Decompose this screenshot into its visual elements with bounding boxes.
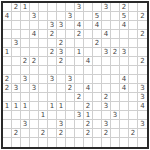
cell-r8c11[interactable] <box>93 66 102 75</box>
cell-r7c12[interactable] <box>102 57 111 66</box>
cell-r2c4[interactable]: 3 <box>30 12 39 21</box>
cell-r15c14[interactable] <box>120 129 129 138</box>
cell-r1c1[interactable] <box>3 3 12 12</box>
cell-r2c2[interactable] <box>12 12 21 21</box>
cell-r1c3[interactable]: 1 <box>21 3 30 12</box>
cell-r6c5[interactable] <box>39 48 48 57</box>
cell-r1c15[interactable] <box>129 3 138 12</box>
cell-r1c9[interactable]: 3 <box>75 3 84 12</box>
cell-r6c1[interactable]: 1 <box>3 48 12 57</box>
cell-r11c3[interactable] <box>21 93 30 102</box>
cell-r16c5[interactable] <box>39 138 48 147</box>
cell-r12c13[interactable] <box>111 102 120 111</box>
cell-r7c8[interactable] <box>66 57 75 66</box>
cell-r10c8[interactable]: 2 <box>66 84 75 93</box>
cell-r3c5[interactable] <box>39 21 48 30</box>
cell-r16c14[interactable] <box>120 138 129 147</box>
cell-r2c6[interactable] <box>48 12 57 21</box>
cell-r12c2[interactable]: 1 <box>12 102 21 111</box>
cell-r10c14[interactable]: 4 <box>120 84 129 93</box>
cell-r5c4[interactable] <box>30 39 39 48</box>
cell-r9c11[interactable] <box>93 75 102 84</box>
cell-r11c9[interactable]: 2 <box>75 93 84 102</box>
cell-r10c11[interactable] <box>93 84 102 93</box>
cell-r5c10[interactable] <box>84 39 93 48</box>
cell-r16c9[interactable] <box>75 138 84 147</box>
cell-r3c9[interactable]: 4 <box>75 21 84 30</box>
cell-r7c4[interactable]: 2 <box>30 57 39 66</box>
cell-r12c8[interactable] <box>66 102 75 111</box>
cell-r2c10[interactable] <box>84 12 93 21</box>
cell-r8c2[interactable] <box>12 66 21 75</box>
cell-r12c4[interactable] <box>30 102 39 111</box>
cell-r2c3[interactable] <box>21 12 30 21</box>
cell-r2c1[interactable]: 4 <box>3 12 12 21</box>
cell-r9c13[interactable] <box>111 75 120 84</box>
cell-r7c6[interactable] <box>48 57 57 66</box>
cell-r16c4[interactable] <box>30 138 39 147</box>
cell-r16c1[interactable] <box>3 138 12 147</box>
cell-r13c4[interactable] <box>30 111 39 120</box>
cell-r7c16[interactable]: 2 <box>138 57 147 66</box>
cell-r11c8[interactable] <box>66 93 75 102</box>
cell-r3c4[interactable] <box>30 21 39 30</box>
cell-r3c12[interactable] <box>102 21 111 30</box>
cell-r11c15[interactable] <box>129 93 138 102</box>
cell-r7c2[interactable] <box>12 57 21 66</box>
cell-r16c13[interactable] <box>111 138 120 147</box>
cell-r6c12[interactable]: 3 <box>102 48 111 57</box>
cell-r6c3[interactable] <box>21 48 30 57</box>
cell-r15c6[interactable] <box>48 129 57 138</box>
cell-r6c13[interactable]: 2 <box>111 48 120 57</box>
cell-r6c8[interactable] <box>66 48 75 57</box>
cell-r4c13[interactable] <box>111 30 120 39</box>
cell-r9c14[interactable]: 4 <box>120 75 129 84</box>
cell-r3c10[interactable] <box>84 21 93 30</box>
cell-r3c14[interactable]: 4 <box>120 21 129 30</box>
cell-r11c10[interactable] <box>84 93 93 102</box>
cell-r9c2[interactable] <box>12 75 21 84</box>
cell-r15c12[interactable]: 2 <box>102 129 111 138</box>
cell-r15c11[interactable] <box>93 129 102 138</box>
puzzle-screen: 2133243355233444422423221231323222422333… <box>0 0 150 150</box>
cell-r4c10[interactable] <box>84 30 93 39</box>
cell-r7c7[interactable]: 2 <box>57 57 66 66</box>
cell-r7c10[interactable]: 4 <box>84 57 93 66</box>
cell-r7c9[interactable] <box>75 57 84 66</box>
cell-r6c9[interactable]: 1 <box>75 48 84 57</box>
cell-r9c10[interactable] <box>84 75 93 84</box>
cell-r5c13[interactable] <box>111 39 120 48</box>
cell-r5c6[interactable] <box>48 39 57 48</box>
cell-r3c1[interactable] <box>3 21 12 30</box>
cell-r15c9[interactable] <box>75 129 84 138</box>
cell-r12c11[interactable] <box>93 102 102 111</box>
cell-r6c16[interactable] <box>138 48 147 57</box>
cell-r16c16[interactable] <box>138 138 147 147</box>
cell-r9c7[interactable] <box>57 75 66 84</box>
cell-r11c4[interactable] <box>30 93 39 102</box>
cell-r8c5[interactable] <box>39 66 48 75</box>
cell-r8c13[interactable] <box>111 66 120 75</box>
cell-r6c4[interactable] <box>30 48 39 57</box>
cell-r5c9[interactable] <box>75 39 84 48</box>
cell-r12c16[interactable]: 4 <box>138 102 147 111</box>
cell-r16c8[interactable] <box>66 138 75 147</box>
cell-r3c16[interactable] <box>138 21 147 30</box>
cell-r6c2[interactable] <box>12 48 21 57</box>
cell-r16c7[interactable] <box>57 138 66 147</box>
cell-r10c15[interactable] <box>129 84 138 93</box>
cell-r12c6[interactable]: 1 <box>48 102 57 111</box>
cell-r15c5[interactable]: 2 <box>39 129 48 138</box>
cell-r2c11[interactable]: 5 <box>93 12 102 21</box>
cell-r6c6[interactable]: 2 <box>48 48 57 57</box>
cell-r5c15[interactable] <box>129 39 138 48</box>
cell-r13c10[interactable]: 1 <box>84 111 93 120</box>
cell-r2c14[interactable]: 5 <box>120 12 129 21</box>
cell-r8c3[interactable] <box>21 66 30 75</box>
cell-r10c2[interactable]: 3 <box>12 84 21 93</box>
cell-r2c15[interactable] <box>129 12 138 21</box>
cell-r9c1[interactable]: 2 <box>3 75 12 84</box>
cell-r1c16[interactable] <box>138 3 147 12</box>
cell-r7c5[interactable] <box>39 57 48 66</box>
cell-r3c2[interactable] <box>12 21 21 30</box>
cell-r13c11[interactable] <box>93 111 102 120</box>
cell-r1c5[interactable] <box>39 3 48 12</box>
cell-r14c10[interactable]: 2 <box>84 120 93 129</box>
cell-r3c6[interactable]: 3 <box>48 21 57 30</box>
cell-r7c14[interactable] <box>120 57 129 66</box>
cell-r9c12[interactable] <box>102 75 111 84</box>
cell-r4c11[interactable] <box>93 30 102 39</box>
cell-r1c10[interactable] <box>84 3 93 12</box>
cell-r6c7[interactable]: 3 <box>57 48 66 57</box>
cell-r4c7[interactable] <box>57 30 66 39</box>
cell-r8c14[interactable] <box>120 66 129 75</box>
cell-r14c9[interactable] <box>75 120 84 129</box>
cell-r13c5[interactable]: 1 <box>39 111 48 120</box>
cell-r12c15[interactable] <box>129 102 138 111</box>
cell-r4c4[interactable]: 4 <box>30 30 39 39</box>
cell-r14c12[interactable]: 3 <box>102 120 111 129</box>
cell-r10c3[interactable] <box>21 84 30 93</box>
cell-r8c6[interactable] <box>48 66 57 75</box>
cell-r8c1[interactable] <box>3 66 12 75</box>
cell-r10c16[interactable]: 3 <box>138 84 147 93</box>
cell-r9c16[interactable] <box>138 75 147 84</box>
cell-r5c12[interactable] <box>102 39 111 48</box>
cell-r9c5[interactable] <box>39 75 48 84</box>
cell-r3c7[interactable]: 3 <box>57 21 66 30</box>
cell-r5c3[interactable] <box>21 39 30 48</box>
cell-r12c3[interactable]: 1 <box>21 102 30 111</box>
cell-r13c15[interactable] <box>129 111 138 120</box>
cell-r14c15[interactable] <box>129 120 138 129</box>
cell-r16c15[interactable] <box>129 138 138 147</box>
cell-r15c7[interactable]: 2 <box>57 129 66 138</box>
cell-r1c13[interactable] <box>111 3 120 12</box>
cell-r13c9[interactable]: 3 <box>75 111 84 120</box>
cell-r12c10[interactable]: 2 <box>84 102 93 111</box>
cell-r9c8[interactable]: 3 <box>66 75 75 84</box>
cell-r16c2[interactable] <box>12 138 21 147</box>
cell-r16c11[interactable] <box>93 138 102 147</box>
cell-r3c15[interactable] <box>129 21 138 30</box>
cell-r15c3[interactable] <box>21 129 30 138</box>
cell-r12c7[interactable]: 1 <box>57 102 66 111</box>
cell-r13c16[interactable] <box>138 111 147 120</box>
cell-r8c7[interactable] <box>57 66 66 75</box>
puzzle-grid: 2133243355233444422423221231323222422333… <box>1 1 149 149</box>
cell-r16c3[interactable] <box>21 138 30 147</box>
cell-r16c10[interactable] <box>84 138 93 147</box>
cell-r9c6[interactable]: 3 <box>48 75 57 84</box>
cell-r5c14[interactable] <box>120 39 129 48</box>
cell-r4c12[interactable]: 4 <box>102 30 111 39</box>
cell-r1c8[interactable] <box>66 3 75 12</box>
cell-r14c8[interactable] <box>66 120 75 129</box>
cell-r14c13[interactable] <box>111 120 120 129</box>
cell-r8c8[interactable] <box>66 66 75 75</box>
cell-r7c13[interactable] <box>111 57 120 66</box>
cell-r5c1[interactable] <box>3 39 12 48</box>
cell-r4c16[interactable]: 2 <box>138 30 147 39</box>
cell-r15c4[interactable] <box>30 129 39 138</box>
cell-r10c5[interactable] <box>39 84 48 93</box>
cell-r10c6[interactable] <box>48 84 57 93</box>
cell-r5c2[interactable]: 3 <box>12 39 21 48</box>
cell-r1c6[interactable] <box>48 3 57 12</box>
cell-r3c11[interactable]: 4 <box>93 21 102 30</box>
cell-r12c14[interactable] <box>120 102 129 111</box>
cell-r5c8[interactable] <box>66 39 75 48</box>
cell-r3c8[interactable] <box>66 21 75 30</box>
cell-r14c3[interactable]: 3 <box>21 120 30 129</box>
cell-r8c4[interactable] <box>30 66 39 75</box>
cell-r8c16[interactable] <box>138 66 147 75</box>
cell-r8c15[interactable] <box>129 66 138 75</box>
cell-r16c6[interactable] <box>48 138 57 147</box>
cell-r8c12[interactable] <box>102 66 111 75</box>
cell-r4c3[interactable] <box>21 30 30 39</box>
cell-r15c15[interactable]: 2 <box>129 129 138 138</box>
cell-r15c1[interactable] <box>3 129 12 138</box>
cell-r11c2[interactable] <box>12 93 21 102</box>
cell-r10c9[interactable] <box>75 84 84 93</box>
cell-r13c8[interactable] <box>66 111 75 120</box>
cell-r4c2[interactable] <box>12 30 21 39</box>
cell-r5c5[interactable] <box>39 39 48 48</box>
cell-r2c13[interactable] <box>111 12 120 21</box>
cell-r6c14[interactable]: 3 <box>120 48 129 57</box>
cell-r13c6[interactable] <box>48 111 57 120</box>
cell-r4c5[interactable] <box>39 30 48 39</box>
cell-r13c14[interactable] <box>120 111 129 120</box>
cell-r15c16[interactable] <box>138 129 147 138</box>
cell-r1c2[interactable]: 2 <box>12 3 21 12</box>
cell-r15c10[interactable]: 2 <box>84 129 93 138</box>
cell-r9c4[interactable] <box>30 75 39 84</box>
cell-r9c15[interactable] <box>129 75 138 84</box>
cell-r10c12[interactable] <box>102 84 111 93</box>
cell-r12c12[interactable]: 3 <box>102 102 111 111</box>
cell-r11c12[interactable]: 2 <box>102 93 111 102</box>
cell-r4c15[interactable] <box>129 30 138 39</box>
cell-r9c9[interactable] <box>75 75 84 84</box>
cell-r12c9[interactable] <box>75 102 84 111</box>
cell-r16c12[interactable] <box>102 138 111 147</box>
cell-r13c2[interactable] <box>12 111 21 120</box>
cell-r13c12[interactable] <box>102 111 111 120</box>
cell-r5c11[interactable]: 2 <box>93 39 102 48</box>
cell-r11c13[interactable] <box>111 93 120 102</box>
cell-r4c8[interactable] <box>66 30 75 39</box>
cell-r7c11[interactable] <box>93 57 102 66</box>
cell-r14c5[interactable] <box>39 120 48 129</box>
cell-r2c16[interactable]: 2 <box>138 12 147 21</box>
cell-r14c4[interactable] <box>30 120 39 129</box>
cell-r4c1[interactable] <box>3 30 12 39</box>
cell-r4c6[interactable]: 2 <box>48 30 57 39</box>
cell-r13c1[interactable] <box>3 111 12 120</box>
cell-r4c9[interactable]: 2 <box>75 30 84 39</box>
cell-r6c11[interactable] <box>93 48 102 57</box>
cell-r15c13[interactable] <box>111 129 120 138</box>
cell-r1c4[interactable] <box>30 3 39 12</box>
cell-r11c5[interactable] <box>39 93 48 102</box>
cell-r10c10[interactable]: 4 <box>84 84 93 93</box>
cell-r6c15[interactable] <box>129 48 138 57</box>
cell-r11c11[interactable] <box>93 93 102 102</box>
cell-r5c7[interactable]: 2 <box>57 39 66 48</box>
cell-r13c7[interactable] <box>57 111 66 120</box>
cell-r9c3[interactable]: 3 <box>21 75 30 84</box>
cell-r13c13[interactable]: 3 <box>111 111 120 120</box>
cell-r15c2[interactable]: 2 <box>12 129 21 138</box>
cell-r1c7[interactable] <box>57 3 66 12</box>
cell-r7c1[interactable] <box>3 57 12 66</box>
cell-r10c4[interactable]: 3 <box>30 84 39 93</box>
cell-r11c14[interactable] <box>120 93 129 102</box>
cell-r2c12[interactable] <box>102 12 111 21</box>
cell-r3c13[interactable] <box>111 21 120 30</box>
cell-r2c9[interactable] <box>75 12 84 21</box>
cell-r11c16[interactable]: 3 <box>138 93 147 102</box>
cell-r1c12[interactable]: 3 <box>102 3 111 12</box>
cell-r14c14[interactable] <box>120 120 129 129</box>
cell-r4c14[interactable] <box>120 30 129 39</box>
cell-r14c2[interactable] <box>12 120 21 129</box>
cell-r14c7[interactable]: 3 <box>57 120 66 129</box>
cell-r8c10[interactable] <box>84 66 93 75</box>
cell-r1c14[interactable]: 2 <box>120 3 129 12</box>
cell-r10c7[interactable] <box>57 84 66 93</box>
cell-r12c5[interactable] <box>39 102 48 111</box>
cell-r10c1[interactable]: 2 <box>3 84 12 93</box>
cell-r5c16[interactable] <box>138 39 147 48</box>
cell-r14c1[interactable] <box>3 120 12 129</box>
cell-r14c6[interactable] <box>48 120 57 129</box>
cell-r1c11[interactable] <box>93 3 102 12</box>
cell-r7c15[interactable] <box>129 57 138 66</box>
cell-r7c3[interactable]: 2 <box>21 57 30 66</box>
cell-r12c1[interactable]: 1 <box>3 102 12 111</box>
cell-r14c16[interactable]: 3 <box>138 120 147 129</box>
cell-r3c3[interactable] <box>21 21 30 30</box>
cell-r10c13[interactable] <box>111 84 120 93</box>
cell-r8c9[interactable] <box>75 66 84 75</box>
cell-r11c1[interactable] <box>3 93 12 102</box>
cell-r2c7[interactable] <box>57 12 66 21</box>
cell-r2c8[interactable]: 3 <box>66 12 75 21</box>
cell-r11c6[interactable] <box>48 93 57 102</box>
cell-r6c10[interactable] <box>84 48 93 57</box>
cell-r2c5[interactable] <box>39 12 48 21</box>
cell-r11c7[interactable] <box>57 93 66 102</box>
cell-r15c8[interactable] <box>66 129 75 138</box>
cell-r13c3[interactable] <box>21 111 30 120</box>
cell-r14c11[interactable] <box>93 120 102 129</box>
